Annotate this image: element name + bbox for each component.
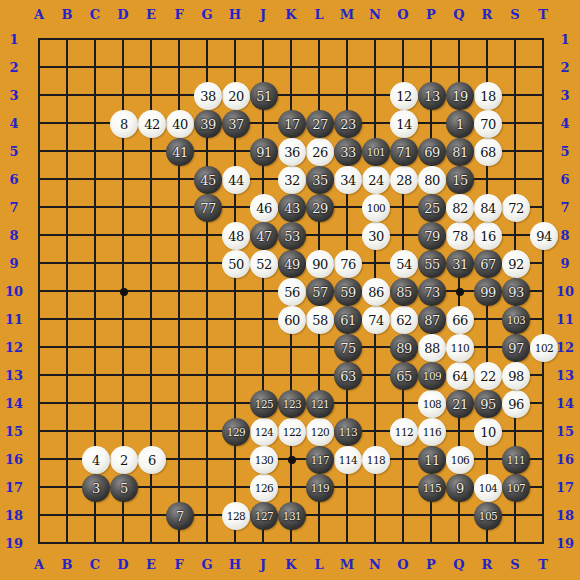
stone-black-59: 59 [334, 278, 362, 306]
stone-black-113: 113 [334, 418, 362, 446]
row-label-6: 6 [560, 173, 569, 186]
stone-move-number: 7 [176, 510, 184, 523]
column-label-F: F [174, 558, 183, 571]
stone-move-number: 112 [395, 427, 414, 438]
stone-black-61: 61 [334, 306, 362, 334]
stone-move-number: 22 [480, 370, 496, 383]
stone-move-number: 6 [148, 454, 156, 467]
stone-move-number: 96 [508, 398, 524, 411]
column-label-M: M [340, 8, 354, 21]
stone-white-116: 116 [418, 418, 446, 446]
stone-move-number: 127 [255, 511, 274, 522]
row-label-2: 2 [560, 61, 569, 74]
stone-move-number: 74 [368, 314, 384, 327]
row-label-8: 8 [9, 229, 18, 242]
row-label-16: 16 [556, 453, 574, 466]
stone-black-19: 19 [446, 82, 474, 110]
stone-black-29: 29 [306, 194, 334, 222]
stone-black-25: 25 [418, 194, 446, 222]
stone-black-21: 21 [446, 390, 474, 418]
row-label-4: 4 [560, 117, 569, 130]
column-label-J: J [260, 558, 266, 571]
stone-white-102: 102 [530, 334, 558, 362]
stone-white-94: 94 [530, 222, 558, 250]
stone-white-20: 20 [222, 82, 250, 110]
stone-move-number: 91 [256, 146, 272, 159]
stone-black-55: 55 [418, 250, 446, 278]
stone-move-number: 29 [312, 202, 328, 215]
stone-move-number: 48 [228, 230, 244, 243]
stone-white-42: 42 [138, 110, 166, 138]
stone-move-number: 14 [396, 118, 412, 131]
row-label-15: 15 [556, 425, 574, 438]
stone-white-28: 28 [390, 166, 418, 194]
stone-move-number: 28 [396, 174, 412, 187]
row-label-16: 16 [5, 453, 23, 466]
stone-black-17: 17 [278, 110, 306, 138]
stone-move-number: 76 [340, 258, 356, 271]
stone-move-number: 125 [255, 399, 274, 410]
stone-black-129: 129 [222, 418, 250, 446]
stone-move-number: 108 [423, 399, 442, 410]
row-label-2: 2 [9, 61, 18, 74]
row-label-10: 10 [5, 285, 23, 298]
column-label-Q: Q [453, 558, 464, 571]
stone-black-79: 79 [418, 222, 446, 250]
stone-white-40: 40 [166, 110, 194, 138]
stone-white-8: 8 [110, 110, 138, 138]
row-label-7: 7 [560, 201, 569, 214]
stone-white-2: 2 [110, 446, 138, 474]
stone-move-number: 117 [311, 455, 330, 466]
row-label-18: 18 [5, 509, 23, 522]
stone-black-41: 41 [166, 138, 194, 166]
stone-black-107: 107 [502, 474, 530, 502]
column-label-O: O [397, 558, 408, 571]
stone-white-10: 10 [474, 418, 502, 446]
column-label-J: J [260, 8, 266, 21]
stone-move-number: 77 [200, 202, 216, 215]
stone-white-58: 58 [306, 306, 334, 334]
column-label-B: B [62, 558, 73, 571]
stone-move-number: 120 [311, 427, 330, 438]
stone-move-number: 63 [340, 370, 356, 383]
stone-white-48: 48 [222, 222, 250, 250]
stone-move-number: 12 [396, 90, 412, 103]
column-label-L: L [314, 558, 323, 571]
stone-move-number: 31 [452, 258, 468, 271]
stone-move-number: 55 [424, 258, 440, 271]
stone-black-1: 1 [446, 110, 474, 138]
stone-move-number: 37 [228, 118, 244, 131]
star-point-K16 [288, 456, 296, 464]
stone-white-56: 56 [278, 278, 306, 306]
column-label-T: T [538, 558, 548, 571]
row-label-15: 15 [5, 425, 23, 438]
stone-move-number: 40 [172, 118, 188, 131]
stone-white-120: 120 [306, 418, 334, 446]
column-label-D: D [117, 558, 128, 571]
stone-move-number: 103 [507, 315, 526, 326]
column-label-G: G [201, 8, 212, 21]
stone-move-number: 129 [227, 427, 246, 438]
stone-white-90: 90 [306, 250, 334, 278]
stone-move-number: 30 [368, 230, 384, 243]
column-label-H: H [229, 8, 241, 21]
stone-move-number: 52 [256, 258, 272, 271]
stone-move-number: 16 [480, 230, 496, 243]
stone-move-number: 69 [424, 146, 440, 159]
stone-black-37: 37 [222, 110, 250, 138]
stone-white-124: 124 [250, 418, 278, 446]
stone-move-number: 42 [144, 118, 160, 131]
stone-white-118: 118 [362, 446, 390, 474]
stone-move-number: 81 [452, 146, 468, 159]
stone-black-75: 75 [334, 334, 362, 362]
column-label-P: P [426, 8, 436, 21]
column-label-K: K [285, 8, 296, 21]
stone-move-number: 82 [452, 202, 468, 215]
stone-black-119: 119 [306, 474, 334, 502]
stone-move-number: 33 [340, 146, 356, 159]
column-label-E: E [146, 558, 156, 571]
stone-move-number: 20 [228, 90, 244, 103]
row-label-8: 8 [560, 229, 569, 242]
stone-move-number: 101 [367, 147, 386, 158]
row-label-13: 13 [5, 369, 23, 382]
stone-black-49: 49 [278, 250, 306, 278]
column-label-S: S [510, 8, 519, 21]
row-label-14: 14 [556, 397, 574, 410]
stone-move-number: 13 [424, 90, 440, 103]
stone-black-71: 71 [390, 138, 418, 166]
stone-move-number: 21 [452, 398, 468, 411]
stone-move-number: 75 [340, 342, 356, 355]
stone-black-23: 23 [334, 110, 362, 138]
stone-move-number: 73 [424, 286, 440, 299]
stone-black-35: 35 [306, 166, 334, 194]
row-label-17: 17 [5, 481, 23, 494]
stone-white-12: 12 [390, 82, 418, 110]
stone-white-80: 80 [418, 166, 446, 194]
stone-white-70: 70 [474, 110, 502, 138]
stone-white-60: 60 [278, 306, 306, 334]
stone-white-14: 14 [390, 110, 418, 138]
stone-white-108: 108 [418, 390, 446, 418]
stone-move-number: 60 [284, 314, 300, 327]
star-point-Q10 [456, 288, 464, 296]
stone-move-number: 113 [339, 427, 358, 438]
stone-black-69: 69 [418, 138, 446, 166]
stone-move-number: 38 [200, 90, 216, 103]
stone-black-127: 127 [250, 502, 278, 530]
stone-black-33: 33 [334, 138, 362, 166]
stone-move-number: 34 [340, 174, 356, 187]
column-label-N: N [369, 558, 381, 571]
stone-move-number: 85 [396, 286, 412, 299]
column-label-K: K [285, 558, 296, 571]
stone-white-92: 92 [502, 250, 530, 278]
stone-move-number: 116 [423, 427, 442, 438]
stone-move-number: 11 [424, 454, 440, 467]
stone-white-62: 62 [390, 306, 418, 334]
stone-move-number: 64 [452, 370, 468, 383]
stone-white-22: 22 [474, 362, 502, 390]
stone-move-number: 80 [424, 174, 440, 187]
row-label-10: 10 [556, 285, 574, 298]
row-label-13: 13 [556, 369, 574, 382]
stone-move-number: 19 [452, 90, 468, 103]
stone-white-68: 68 [474, 138, 502, 166]
stone-move-number: 10 [480, 426, 496, 439]
stone-black-81: 81 [446, 138, 474, 166]
row-label-3: 3 [560, 89, 569, 102]
stone-move-number: 47 [256, 230, 272, 243]
column-label-B: B [62, 8, 73, 21]
stone-move-number: 57 [312, 286, 328, 299]
stone-move-number: 86 [368, 286, 384, 299]
stone-move-number: 106 [451, 455, 470, 466]
column-label-R: R [482, 558, 493, 571]
stone-black-9: 9 [446, 474, 474, 502]
row-label-19: 19 [556, 537, 574, 550]
stone-move-number: 59 [340, 286, 356, 299]
stone-move-number: 126 [255, 483, 274, 494]
stone-move-number: 44 [228, 174, 244, 187]
stone-black-97: 97 [502, 334, 530, 362]
row-label-1: 1 [9, 33, 18, 46]
stone-black-121: 121 [306, 390, 334, 418]
stone-white-74: 74 [362, 306, 390, 334]
stone-black-109: 109 [418, 362, 446, 390]
stone-black-85: 85 [390, 278, 418, 306]
stone-black-89: 89 [390, 334, 418, 362]
stone-move-number: 50 [228, 258, 244, 271]
stone-black-31: 31 [446, 250, 474, 278]
stone-move-number: 27 [312, 118, 328, 131]
column-label-M: M [340, 558, 354, 571]
go-game-diagram: ABCDEFGHJKLMNOPQRST ABCDEFGHJKLMNOPQRST … [0, 0, 580, 580]
stone-move-number: 26 [312, 146, 328, 159]
column-label-F: F [174, 8, 183, 21]
row-label-3: 3 [9, 89, 18, 102]
stone-white-96: 96 [502, 390, 530, 418]
stone-move-number: 51 [256, 90, 272, 103]
row-label-1: 1 [560, 33, 569, 46]
stone-black-77: 77 [194, 194, 222, 222]
stone-white-4: 4 [82, 446, 110, 474]
row-label-11: 11 [5, 313, 23, 326]
stone-move-number: 102 [535, 343, 554, 354]
column-label-A: A [34, 558, 44, 571]
row-label-19: 19 [5, 537, 23, 550]
column-label-Q: Q [453, 8, 464, 21]
stone-white-16: 16 [474, 222, 502, 250]
stone-white-18: 18 [474, 82, 502, 110]
column-label-T: T [538, 8, 548, 21]
stone-white-64: 64 [446, 362, 474, 390]
stone-white-104: 104 [474, 474, 502, 502]
column-label-S: S [510, 558, 519, 571]
stone-black-111: 111 [502, 446, 530, 474]
stone-move-number: 100 [367, 203, 386, 214]
stone-black-11: 11 [418, 446, 446, 474]
stone-white-6: 6 [138, 446, 166, 474]
stone-move-number: 122 [283, 427, 302, 438]
stone-move-number: 99 [480, 286, 496, 299]
stone-move-number: 114 [339, 455, 358, 466]
row-label-5: 5 [9, 145, 18, 158]
stone-white-46: 46 [250, 194, 278, 222]
row-label-9: 9 [9, 257, 18, 270]
stone-black-43: 43 [278, 194, 306, 222]
stone-move-number: 17 [284, 118, 300, 131]
stone-move-number: 32 [284, 174, 300, 187]
stone-white-130: 130 [250, 446, 278, 474]
stone-move-number: 71 [396, 146, 412, 159]
stone-move-number: 43 [284, 202, 300, 215]
row-label-12: 12 [556, 341, 574, 354]
stone-move-number: 90 [312, 258, 328, 271]
stone-move-number: 79 [424, 230, 440, 243]
stone-white-66: 66 [446, 306, 474, 334]
stone-black-131: 131 [278, 502, 306, 530]
stone-move-number: 72 [508, 202, 524, 215]
stone-move-number: 62 [396, 314, 412, 327]
stone-black-117: 117 [306, 446, 334, 474]
stone-move-number: 23 [340, 118, 356, 131]
stone-move-number: 15 [452, 174, 468, 187]
stone-white-50: 50 [222, 250, 250, 278]
stone-move-number: 41 [172, 146, 188, 159]
row-label-4: 4 [9, 117, 18, 130]
stone-black-67: 67 [474, 250, 502, 278]
stone-black-45: 45 [194, 166, 222, 194]
stone-move-number: 107 [507, 483, 526, 494]
stone-move-number: 94 [536, 230, 552, 243]
stone-move-number: 3 [92, 482, 100, 495]
stone-black-51: 51 [250, 82, 278, 110]
stone-move-number: 93 [508, 286, 524, 299]
stone-white-34: 34 [334, 166, 362, 194]
column-label-L: L [314, 8, 323, 21]
stone-black-5: 5 [110, 474, 138, 502]
stone-black-57: 57 [306, 278, 334, 306]
row-label-11: 11 [556, 313, 574, 326]
row-label-12: 12 [5, 341, 23, 354]
stone-move-number: 121 [311, 399, 330, 410]
stone-white-114: 114 [334, 446, 362, 474]
column-label-A: A [34, 8, 44, 21]
stone-move-number: 115 [423, 483, 442, 494]
column-label-N: N [369, 8, 381, 21]
stone-white-110: 110 [446, 334, 474, 362]
column-label-C: C [90, 8, 100, 21]
stone-move-number: 131 [283, 511, 302, 522]
stone-white-106: 106 [446, 446, 474, 474]
stone-move-number: 89 [396, 342, 412, 355]
stone-move-number: 67 [480, 258, 496, 271]
stone-white-76: 76 [334, 250, 362, 278]
stone-move-number: 130 [255, 455, 274, 466]
stone-move-number: 45 [200, 174, 216, 187]
stone-move-number: 5 [120, 482, 128, 495]
stone-move-number: 2 [120, 454, 128, 467]
stone-black-99: 99 [474, 278, 502, 306]
stone-move-number: 118 [367, 455, 386, 466]
stone-white-44: 44 [222, 166, 250, 194]
stone-move-number: 87 [424, 314, 440, 327]
stone-white-24: 24 [362, 166, 390, 194]
stone-white-88: 88 [418, 334, 446, 362]
row-label-18: 18 [556, 509, 574, 522]
stone-black-91: 91 [250, 138, 278, 166]
stone-black-47: 47 [250, 222, 278, 250]
column-label-O: O [397, 8, 408, 21]
stone-move-number: 65 [396, 370, 412, 383]
row-label-9: 9 [560, 257, 569, 270]
row-label-6: 6 [9, 173, 18, 186]
stone-move-number: 84 [480, 202, 496, 215]
stone-move-number: 1 [456, 118, 464, 131]
stone-white-36: 36 [278, 138, 306, 166]
stone-white-78: 78 [446, 222, 474, 250]
column-label-G: G [201, 558, 212, 571]
stone-move-number: 8 [120, 118, 128, 131]
stone-black-87: 87 [418, 306, 446, 334]
stone-move-number: 18 [480, 90, 496, 103]
stone-move-number: 111 [507, 455, 526, 466]
row-label-17: 17 [556, 481, 574, 494]
stone-move-number: 97 [508, 342, 524, 355]
stone-move-number: 9 [456, 482, 464, 495]
stone-move-number: 70 [480, 118, 496, 131]
stone-white-112: 112 [390, 418, 418, 446]
stone-black-3: 3 [82, 474, 110, 502]
stone-black-53: 53 [278, 222, 306, 250]
stone-white-128: 128 [222, 502, 250, 530]
stone-move-number: 35 [312, 174, 328, 187]
row-label-7: 7 [9, 201, 18, 214]
column-label-H: H [229, 558, 241, 571]
stone-move-number: 36 [284, 146, 300, 159]
stone-black-123: 123 [278, 390, 306, 418]
stone-move-number: 119 [311, 483, 330, 494]
stone-black-63: 63 [334, 362, 362, 390]
stone-move-number: 54 [396, 258, 412, 271]
stone-white-26: 26 [306, 138, 334, 166]
stone-move-number: 56 [284, 286, 300, 299]
stone-black-105: 105 [474, 502, 502, 530]
stone-move-number: 61 [340, 314, 356, 327]
stone-move-number: 92 [508, 258, 524, 271]
stone-move-number: 58 [312, 314, 328, 327]
row-label-5: 5 [560, 145, 569, 158]
stone-black-15: 15 [446, 166, 474, 194]
stone-move-number: 124 [255, 427, 274, 438]
stone-move-number: 4 [92, 454, 100, 467]
stone-black-95: 95 [474, 390, 502, 418]
stone-white-84: 84 [474, 194, 502, 222]
stone-white-72: 72 [502, 194, 530, 222]
column-label-D: D [117, 8, 128, 21]
stone-white-54: 54 [390, 250, 418, 278]
stone-white-52: 52 [250, 250, 278, 278]
stone-move-number: 105 [479, 511, 498, 522]
stone-white-86: 86 [362, 278, 390, 306]
column-label-C: C [90, 558, 100, 571]
stone-move-number: 98 [508, 370, 524, 383]
